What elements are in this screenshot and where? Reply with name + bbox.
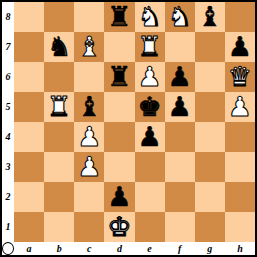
square-c1[interactable] — [74, 212, 104, 242]
square-h3[interactable] — [225, 152, 255, 182]
square-e1[interactable] — [135, 212, 165, 242]
square-d5[interactable] — [104, 92, 134, 122]
square-b4[interactable] — [44, 122, 74, 152]
rank-label-4: 4 — [2, 122, 14, 152]
square-f7[interactable] — [165, 32, 195, 62]
piece-white-bishop[interactable]: ♝ — [77, 33, 101, 60]
square-c8[interactable] — [74, 2, 104, 32]
file-label-e: e — [135, 242, 165, 255]
piece-white-king[interactable]: ♚ — [107, 213, 131, 240]
rank-label-5: 5 — [2, 92, 14, 122]
square-a3[interactable] — [14, 152, 44, 182]
square-f2[interactable] — [165, 182, 195, 212]
file-label-g: g — [195, 242, 225, 255]
rank-label-3: 3 — [2, 152, 14, 182]
square-b5[interactable]: ♜ — [44, 92, 74, 122]
file-label-d: d — [104, 242, 134, 255]
square-b3[interactable] — [44, 152, 74, 182]
square-c3[interactable]: ♟ — [74, 152, 104, 182]
piece-black-pawn[interactable]: ♟ — [228, 33, 252, 60]
square-f8[interactable]: ♞ — [165, 2, 195, 32]
piece-black-king[interactable]: ♚ — [137, 93, 161, 120]
piece-black-rook[interactable]: ♜ — [107, 3, 131, 30]
rank-label-8: 8 — [2, 2, 14, 32]
piece-black-rook[interactable]: ♜ — [107, 63, 131, 90]
square-h7[interactable]: ♟ — [225, 32, 255, 62]
square-e4[interactable]: ♟ — [135, 122, 165, 152]
piece-white-knight[interactable]: ♞ — [168, 3, 192, 30]
square-e6[interactable]: ♟ — [135, 62, 165, 92]
square-g1[interactable] — [195, 212, 225, 242]
square-g2[interactable] — [195, 182, 225, 212]
square-d1[interactable]: ♚ — [104, 212, 134, 242]
square-h5[interactable]: ♟ — [225, 92, 255, 122]
square-g8[interactable]: ♝ — [195, 2, 225, 32]
side-to-move-corner — [2, 242, 14, 255]
square-h8[interactable] — [225, 2, 255, 32]
chess-board: 8♜♞♞♝7♞♝♜♟6♜♟♟♛5♜♝♚♟♟4♟♟3♟2♟1♚abcdefgh — [2, 2, 255, 255]
file-label-b: b — [44, 242, 74, 255]
square-e7[interactable]: ♜ — [135, 32, 165, 62]
square-f4[interactable] — [165, 122, 195, 152]
square-h1[interactable] — [225, 212, 255, 242]
square-h6[interactable]: ♛ — [225, 62, 255, 92]
square-c7[interactable]: ♝ — [74, 32, 104, 62]
piece-white-pawn[interactable]: ♟ — [77, 153, 101, 180]
square-e8[interactable]: ♞ — [135, 2, 165, 32]
piece-black-bishop[interactable]: ♝ — [198, 3, 222, 30]
square-a6[interactable] — [14, 62, 44, 92]
square-c4[interactable]: ♟ — [74, 122, 104, 152]
square-b1[interactable] — [44, 212, 74, 242]
square-e5[interactable]: ♚ — [135, 92, 165, 122]
piece-black-pawn[interactable]: ♟ — [107, 183, 131, 210]
square-b2[interactable] — [44, 182, 74, 212]
square-e3[interactable] — [135, 152, 165, 182]
square-g4[interactable] — [195, 122, 225, 152]
rank-label-7: 7 — [2, 32, 14, 62]
piece-black-pawn[interactable]: ♟ — [137, 123, 161, 150]
square-c5[interactable]: ♝ — [74, 92, 104, 122]
piece-white-pawn[interactable]: ♟ — [137, 63, 161, 90]
square-d7[interactable] — [104, 32, 134, 62]
file-label-c: c — [74, 242, 104, 255]
square-d6[interactable]: ♜ — [104, 62, 134, 92]
square-d4[interactable] — [104, 122, 134, 152]
white-to-move-indicator — [2, 242, 14, 255]
piece-black-knight[interactable]: ♞ — [47, 33, 71, 60]
square-a2[interactable] — [14, 182, 44, 212]
piece-white-queen[interactable]: ♛ — [228, 63, 252, 90]
square-c2[interactable] — [74, 182, 104, 212]
square-g3[interactable] — [195, 152, 225, 182]
square-b6[interactable] — [44, 62, 74, 92]
rank-label-6: 6 — [2, 62, 14, 92]
square-f3[interactable] — [165, 152, 195, 182]
square-b8[interactable] — [44, 2, 74, 32]
file-label-f: f — [165, 242, 195, 255]
square-d2[interactable]: ♟ — [104, 182, 134, 212]
piece-black-bishop[interactable]: ♝ — [77, 93, 101, 120]
square-b7[interactable]: ♞ — [44, 32, 74, 62]
square-f1[interactable] — [165, 212, 195, 242]
square-h4[interactable] — [225, 122, 255, 152]
square-e2[interactable] — [135, 182, 165, 212]
piece-black-pawn[interactable]: ♟ — [168, 63, 192, 90]
square-a5[interactable] — [14, 92, 44, 122]
rank-label-2: 2 — [2, 182, 14, 212]
square-g6[interactable] — [195, 62, 225, 92]
chess-diagram: 8♜♞♞♝7♞♝♜♟6♜♟♟♛5♜♝♚♟♟4♟♟3♟2♟1♚abcdefgh — [0, 0, 257, 257]
square-c6[interactable] — [74, 62, 104, 92]
square-a7[interactable] — [14, 32, 44, 62]
file-label-a: a — [14, 242, 44, 255]
square-d8[interactable]: ♜ — [104, 2, 134, 32]
piece-black-pawn[interactable]: ♟ — [168, 93, 192, 120]
piece-white-pawn[interactable]: ♟ — [228, 93, 252, 120]
square-a4[interactable] — [14, 122, 44, 152]
rank-label-1: 1 — [2, 212, 14, 242]
piece-white-rook[interactable]: ♜ — [137, 33, 161, 60]
square-d3[interactable] — [104, 152, 134, 182]
piece-white-rook[interactable]: ♜ — [47, 93, 71, 120]
square-f6[interactable]: ♟ — [165, 62, 195, 92]
piece-white-pawn[interactable]: ♟ — [77, 123, 101, 150]
square-a1[interactable] — [14, 212, 44, 242]
piece-white-knight[interactable]: ♞ — [137, 3, 161, 30]
square-g7[interactable] — [195, 32, 225, 62]
file-label-h: h — [225, 242, 255, 255]
square-h2[interactable] — [225, 182, 255, 212]
square-g5[interactable] — [195, 92, 225, 122]
square-a8[interactable] — [14, 2, 44, 32]
square-f5[interactable]: ♟ — [165, 92, 195, 122]
